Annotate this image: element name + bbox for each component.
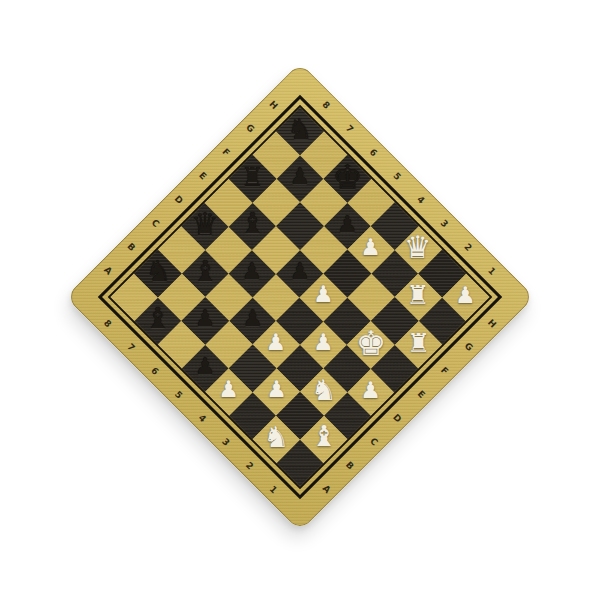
piece-black-pawn-b6: ♟: [195, 307, 216, 330]
piece-white-pawn-a4: ♟: [219, 378, 240, 401]
piece-white-rook-g2: ♜: [406, 282, 429, 308]
piece-black-pawn-c5: ♟: [242, 307, 263, 330]
piece-black-pawn-a5: ♟: [195, 355, 216, 378]
piece-white-knight-a2: ♞: [263, 423, 289, 452]
piece-black-pawn-g7: ♟: [289, 165, 310, 188]
piece-white-knight-c2: ♞: [310, 376, 336, 405]
piece-white-pawn-b3: ♟: [266, 378, 287, 401]
piece-white-king-e2: ♚: [356, 326, 386, 360]
piece-black-rook-f8: ♜: [241, 164, 264, 190]
piece-white-pawn-e4: ♟: [313, 284, 334, 307]
photo-scene: 87654321 87654321 HGFEDCBA HGFEDCBA ♞♚♛♟…: [0, 0, 600, 600]
piece-black-pawn-e5: ♟: [289, 260, 310, 283]
piece-black-knight-h8: ♞: [287, 115, 313, 144]
piece-white-pawn-g4: ♟: [360, 236, 381, 259]
piece-black-pawn-g5: ♟: [337, 213, 358, 236]
piece-black-bishop-e7: ♝: [239, 210, 265, 239]
chess-board: 87654321 87654321 HGFEDCBA HGFEDCBA ♞♚♛♟…: [65, 62, 535, 532]
piece-white-bishop-b1: ♝: [311, 423, 337, 452]
piece-black-queen-d8: ♛: [191, 209, 219, 240]
piece-black-pawn-d6: ♟: [242, 260, 263, 283]
piece-white-pawn-d1: ♟: [360, 379, 381, 402]
board-border-frame: ♞♚♛♟♟♟♟♜♜♜♝♟♟♚♛♟♟♟♝♟♟♞♞♟♟♝♝♟♟♞: [98, 95, 502, 499]
piece-black-bishop-c7: ♝: [192, 257, 218, 286]
piece-white-queen-h3: ♛: [404, 232, 432, 263]
piece-black-bishop-a7: ♝: [145, 304, 171, 333]
piece-white-pawn-c4: ♟: [266, 331, 287, 354]
piece-white-pawn-d3: ♟: [313, 331, 334, 354]
piece-black-king-h6: ♚: [332, 160, 362, 194]
piece-white-pawn-h1: ♟: [455, 284, 476, 307]
piece-white-rook-f1: ♜: [407, 330, 430, 356]
board-grid: ♞♚♛♟♟♟♟♜♜♜♝♟♟♚♛♟♟♟♝♟♟♞♞♟♟♝♝♟♟♞: [108, 105, 493, 490]
piece-black-knight-b8: ♞: [145, 257, 171, 286]
